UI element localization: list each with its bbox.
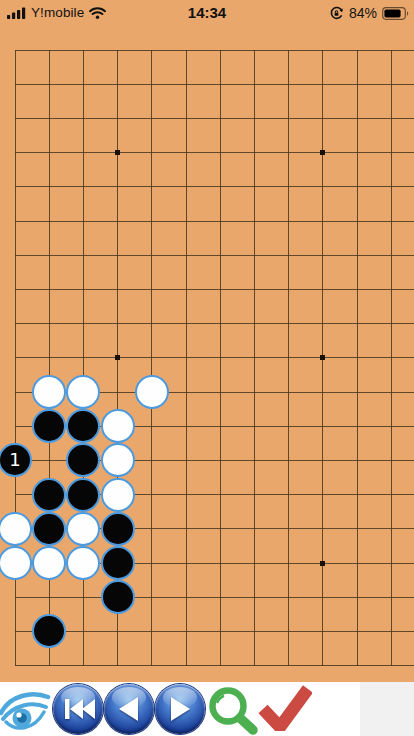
white-stone — [32, 375, 66, 409]
back-arrow-icon — [104, 684, 154, 734]
grid-hline — [15, 221, 414, 222]
black-stone — [66, 409, 100, 443]
grid-hline — [15, 597, 414, 598]
black-stone — [32, 512, 66, 546]
magnifier-icon — [203, 685, 261, 736]
white-stone — [66, 546, 100, 580]
white-stone — [101, 443, 135, 477]
black-stone — [32, 409, 66, 443]
white-stone — [66, 512, 100, 546]
star-point — [320, 561, 325, 566]
white-stone — [101, 409, 135, 443]
white-stone — [135, 375, 169, 409]
star-point — [115, 150, 120, 155]
grid-hline — [15, 118, 414, 119]
grid-hline — [15, 289, 414, 290]
white-stone — [32, 546, 66, 580]
star-point — [320, 355, 325, 360]
grid-hline — [15, 186, 414, 187]
grid-hline — [15, 50, 414, 51]
black-stone — [32, 614, 66, 648]
black-stone — [101, 546, 135, 580]
white-stone — [66, 375, 100, 409]
eye-icon — [0, 687, 52, 735]
move-number-label: 1 — [9, 451, 20, 469]
black-stone — [101, 512, 135, 546]
checkmark-icon — [258, 685, 312, 731]
white-stone — [0, 512, 32, 546]
grid-hline — [15, 357, 414, 358]
app-screen: Y!mobile 14:34 84% 1 — [0, 0, 414, 736]
zoom-button[interactable] — [203, 685, 261, 736]
forward-arrow-icon — [155, 684, 205, 734]
go-board[interactable]: 1 — [0, 0, 414, 682]
toolbar-right-pane — [360, 682, 414, 736]
grid-hline — [15, 323, 414, 324]
white-stone — [101, 478, 135, 512]
step-back-button[interactable] — [104, 684, 154, 734]
grid-hline — [15, 631, 414, 632]
black-stone — [66, 443, 100, 477]
skip-to-start-icon — [53, 684, 103, 734]
go-to-start-button[interactable] — [53, 684, 103, 734]
grid-hline — [15, 255, 414, 256]
step-forward-button[interactable] — [155, 684, 205, 734]
black-stone — [32, 478, 66, 512]
white-stone — [0, 546, 32, 580]
black-stone — [101, 580, 135, 614]
grid-hline — [15, 665, 414, 666]
star-point — [115, 355, 120, 360]
black-stone: 1 — [0, 443, 32, 477]
star-point — [320, 150, 325, 155]
grid-hline — [15, 152, 414, 153]
correct-button[interactable] — [258, 685, 312, 734]
show-answer-button[interactable] — [0, 687, 52, 736]
grid-hline — [15, 84, 414, 85]
black-stone — [66, 478, 100, 512]
toolbar — [0, 682, 414, 736]
